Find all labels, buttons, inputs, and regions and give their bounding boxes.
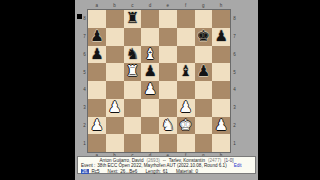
event-label: Event : [81, 163, 95, 168]
square-e5[interactable] [159, 63, 177, 81]
coord-label: 5 [232, 63, 237, 81]
square-c5[interactable]: ♜ [124, 63, 142, 81]
square-f2[interactable]: ♚ [177, 117, 195, 135]
event-text: 38th ECC Open 2022, Mayrhofen AUT (2022.… [97, 163, 226, 168]
square-a2[interactable]: ♟ [88, 117, 106, 135]
black-to-move-indicator [77, 14, 82, 19]
white-bishop: ♝ [141, 46, 159, 64]
rank-labels-left: 87654321 [82, 10, 87, 152]
square-b6[interactable] [106, 46, 124, 64]
square-f3[interactable]: ♟ [177, 99, 195, 117]
square-c6[interactable]: ♞ [124, 46, 142, 64]
next-label: Next: [108, 169, 119, 174]
white-player-rating: (2693) [146, 158, 159, 163]
square-g5[interactable]: ♟ [195, 63, 213, 81]
black-king: ♚ [195, 28, 213, 46]
material-label: Material: [176, 169, 194, 174]
square-a7[interactable]: ♟ [88, 28, 106, 46]
coord-label: 8 [82, 10, 87, 28]
square-f8[interactable] [177, 10, 195, 28]
square-d3[interactable] [141, 99, 159, 117]
white-rook: ♜ [124, 63, 142, 81]
white-pawn: ♟ [212, 117, 230, 135]
square-c8[interactable]: ♜ [124, 10, 142, 28]
square-f1[interactable] [177, 134, 195, 152]
black-knight: ♞ [124, 46, 142, 64]
move-status-line: 26. Rc5 Next: 26...Be6 Length: 61 Materi… [78, 169, 255, 175]
square-e2[interactable]: ♞ [159, 117, 177, 135]
square-b2[interactable] [106, 117, 124, 135]
coord-label: 2 [82, 117, 87, 135]
square-c7[interactable] [124, 28, 142, 46]
square-g7[interactable]: ♚ [195, 28, 213, 46]
square-g6[interactable] [195, 46, 213, 64]
square-e1[interactable] [159, 134, 177, 152]
coord-label: d [141, 3, 159, 9]
black-pawn: ♟ [88, 46, 106, 64]
square-c1[interactable] [124, 134, 142, 152]
square-c2[interactable] [124, 117, 142, 135]
players-separator: -- [163, 158, 166, 163]
square-e3[interactable] [159, 99, 177, 117]
coord-label: 1 [82, 134, 87, 152]
square-a5[interactable] [88, 63, 106, 81]
coord-label: 4 [232, 81, 237, 99]
black-pawn: ♟ [212, 28, 230, 46]
white-pawn: ♟ [141, 81, 159, 99]
square-e7[interactable] [159, 28, 177, 46]
coord-label: h [212, 3, 230, 9]
coord-label: 2 [232, 117, 237, 135]
square-f4[interactable] [177, 81, 195, 99]
square-h8[interactable] [212, 10, 230, 28]
coord-label: 5 [82, 63, 87, 81]
square-d1[interactable] [141, 134, 159, 152]
coord-label: 6 [82, 46, 87, 64]
game-info-panel: Anton Guijarro, David (2693) -- Tarlev, … [77, 156, 256, 174]
letterbox-left [0, 0, 75, 180]
coord-label: 6 [232, 46, 237, 64]
square-d6[interactable]: ♝ [141, 46, 159, 64]
length-label: Length: [145, 169, 160, 174]
square-a6[interactable]: ♟ [88, 46, 106, 64]
square-h2[interactable]: ♟ [212, 117, 230, 135]
black-player-rating: (2477) [208, 158, 221, 163]
coord-label: 3 [232, 99, 237, 117]
square-e8[interactable] [159, 10, 177, 28]
square-b7[interactable] [106, 28, 124, 46]
coord-label: 7 [82, 28, 87, 46]
coord-label: f [177, 3, 195, 9]
square-d7[interactable] [141, 28, 159, 46]
length-value: 61 [163, 169, 168, 174]
square-h7[interactable]: ♟ [212, 28, 230, 46]
square-d4[interactable]: ♟ [141, 81, 159, 99]
square-d2[interactable] [141, 117, 159, 135]
square-b5[interactable] [106, 63, 124, 81]
square-g8[interactable] [195, 10, 213, 28]
square-e4[interactable] [159, 81, 177, 99]
edit-link[interactable]: Edit [234, 163, 242, 168]
letterbox-right [258, 0, 320, 180]
square-h3[interactable] [212, 99, 230, 117]
coord-label: c [124, 3, 142, 9]
square-a1[interactable] [88, 134, 106, 152]
white-knight: ♞ [159, 117, 177, 135]
square-f6[interactable] [177, 46, 195, 64]
square-f7[interactable] [177, 28, 195, 46]
black-pawn: ♟ [195, 63, 213, 81]
square-b1[interactable] [106, 134, 124, 152]
game-result: [1-0] [224, 158, 233, 163]
square-g4[interactable] [195, 81, 213, 99]
coord-label: g [195, 3, 213, 9]
current-move-number[interactable]: 26. [81, 169, 89, 174]
black-pawn: ♟ [88, 28, 106, 46]
material-value: 0 [196, 169, 199, 174]
coord-label: 3 [82, 99, 87, 117]
black-bishop: ♝ [177, 63, 195, 81]
square-a4[interactable] [88, 81, 106, 99]
chess-board: ♜♟♚♟♟♞♝♜♟♝♟♟♟♟♟♞♚♟ [88, 10, 230, 152]
square-g2[interactable] [195, 117, 213, 135]
square-h4[interactable] [212, 81, 230, 99]
coord-label: a [88, 3, 106, 9]
coord-label: b [106, 3, 124, 9]
current-move[interactable]: Rc5 [91, 169, 99, 174]
white-king: ♚ [177, 117, 195, 135]
file-labels-top: abcdefgh [88, 3, 230, 9]
black-rook: ♜ [124, 10, 142, 28]
square-b4[interactable] [106, 81, 124, 99]
square-b3[interactable]: ♟ [106, 99, 124, 117]
white-player-name: Anton Guijarro, David [100, 158, 144, 163]
square-g1[interactable] [195, 134, 213, 152]
coord-label: 1 [232, 134, 237, 152]
square-a3[interactable] [88, 99, 106, 117]
square-h1[interactable] [212, 134, 230, 152]
square-e6[interactable] [159, 46, 177, 64]
coord-label: 4 [82, 81, 87, 99]
square-h6[interactable] [212, 46, 230, 64]
square-f5[interactable]: ♝ [177, 63, 195, 81]
coord-label: e [159, 3, 177, 9]
square-g3[interactable] [195, 99, 213, 117]
square-c4[interactable] [124, 81, 142, 99]
square-b8[interactable] [106, 10, 124, 28]
white-pawn: ♟ [106, 99, 124, 117]
coord-label: 7 [232, 28, 237, 46]
rank-labels-right: 87654321 [232, 10, 237, 152]
white-pawn: ♟ [88, 117, 106, 135]
coord-label: 8 [232, 10, 237, 28]
square-a8[interactable] [88, 10, 106, 28]
chess-app-panel: abcdefgh 87654321 87654321 abcdefgh ♜♟♚♟… [75, 0, 258, 180]
square-c3[interactable] [124, 99, 142, 117]
square-h5[interactable] [212, 63, 230, 81]
square-d8[interactable] [141, 10, 159, 28]
white-pawn: ♟ [177, 99, 195, 117]
black-pawn: ♟ [141, 63, 159, 81]
black-player-name: Tarlev, Konstantin [169, 158, 205, 163]
next-move[interactable]: 26...Be6 [120, 169, 137, 174]
square-d5[interactable]: ♟ [141, 63, 159, 81]
